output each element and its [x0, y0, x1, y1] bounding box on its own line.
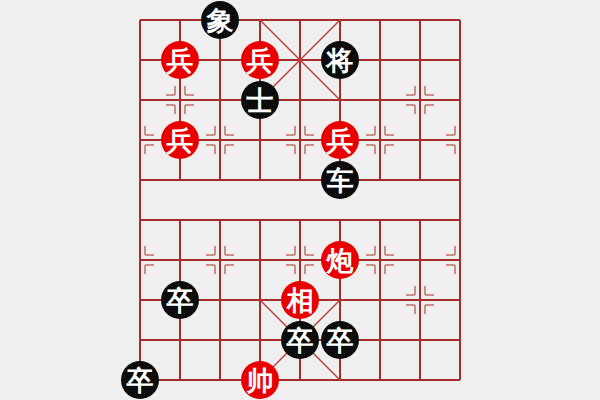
piece-red-cannon[interactable]: 炮: [321, 241, 359, 279]
piece-black-chariot[interactable]: 车: [321, 161, 359, 199]
piece-red-soldier[interactable]: 兵: [321, 121, 359, 159]
piece-black-advisor[interactable]: 士: [241, 81, 279, 119]
piece-black-general[interactable]: 将: [321, 41, 359, 79]
piece-red-elephant[interactable]: 相: [281, 281, 319, 319]
xiangqi-diagram: 象兵兵将士兵兵车炮卒相卒卒卒帅: [0, 0, 600, 400]
piece-black-soldier[interactable]: 卒: [321, 321, 359, 359]
piece-black-elephant[interactable]: 象: [201, 1, 239, 39]
piece-black-soldier[interactable]: 卒: [161, 281, 199, 319]
piece-red-general[interactable]: 帅: [241, 361, 279, 399]
piece-black-soldier[interactable]: 卒: [121, 361, 159, 399]
piece-red-soldier[interactable]: 兵: [241, 41, 279, 79]
piece-red-soldier[interactable]: 兵: [161, 121, 199, 159]
piece-red-soldier[interactable]: 兵: [161, 41, 199, 79]
piece-black-soldier[interactable]: 卒: [281, 321, 319, 359]
